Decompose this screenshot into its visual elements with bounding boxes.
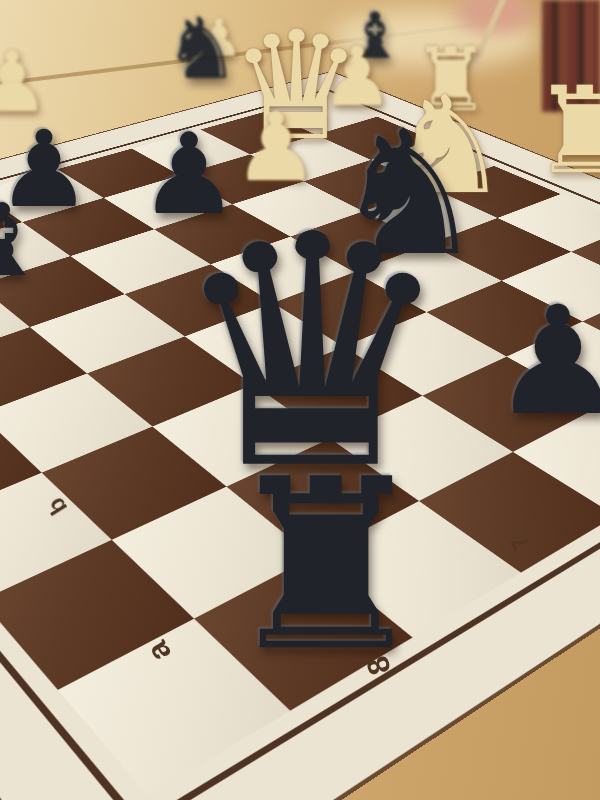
pieces-layer: ♟♝♞♟♜♟♛♜♟♞♟♟♞♝♟♛♜: [0, 0, 600, 800]
piece-white-rook-b3: ♜: [531, 71, 600, 191]
piece-black-bishop-f8: ♝: [0, 191, 47, 291]
piece-black-pawn-a6: ♟: [491, 286, 600, 436]
chessboard-photo: b a 8 7 ♟♝♞♟♜♟♛♜♟♞♟♟♞♝♟♛♜: [0, 0, 600, 800]
piece-black-rook-a8: ♜: [221, 448, 432, 683]
